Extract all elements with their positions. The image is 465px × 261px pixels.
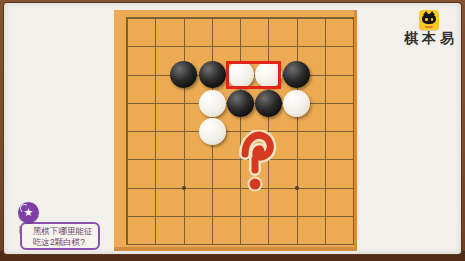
star-point [182, 186, 186, 190]
star-point [295, 186, 299, 190]
black-stone [227, 90, 254, 117]
logo-mini-text [425, 26, 433, 29]
white-stone [283, 90, 310, 117]
app-frame: 棋本易 黑棋下哪里能征 吃这2颗白棋? ★ [0, 0, 465, 261]
star-icon: ★ [18, 205, 39, 219]
question-line1: 黑棋下哪里能征 [33, 226, 95, 237]
cat-eye-left [425, 18, 428, 21]
white-stone [199, 118, 226, 145]
cat-face [422, 14, 436, 24]
app-logo-name: 棋本易 [403, 30, 459, 48]
hint-badge: ★ [18, 202, 39, 223]
cat-logo-icon [419, 10, 439, 30]
black-stone [199, 61, 226, 88]
capture-target-highlight [226, 61, 281, 89]
go-board[interactable] [114, 10, 357, 251]
question-bubble: 黑棋下哪里能征 吃这2颗白棋? [20, 222, 100, 250]
white-stone [199, 90, 226, 117]
black-stone [255, 90, 282, 117]
question-line2: 吃这2颗白棋? [33, 237, 95, 248]
black-stone [170, 61, 197, 88]
black-stone [283, 61, 310, 88]
canvas: 棋本易 黑棋下哪里能征 吃这2颗白棋? ★ [4, 3, 461, 254]
question-mark-icon [233, 130, 277, 194]
cat-eye-right [431, 18, 434, 21]
